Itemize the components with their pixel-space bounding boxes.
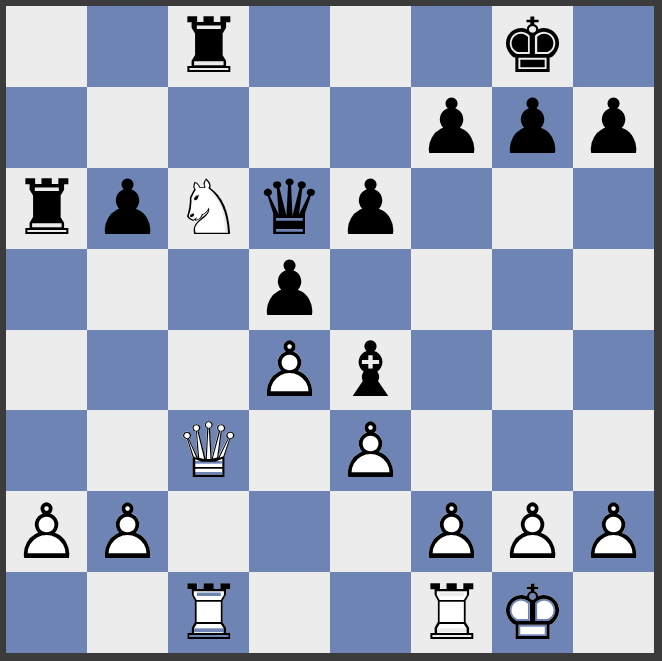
square-f3[interactable] (411, 410, 492, 491)
square-a1[interactable] (6, 572, 87, 653)
black-rook-icon[interactable]: ♜ (6, 168, 87, 249)
square-h3[interactable] (573, 410, 654, 491)
square-h7[interactable]: ♟ (573, 87, 654, 168)
piece-glyph: ♝ (336, 332, 404, 408)
square-d8[interactable] (249, 6, 330, 87)
square-h5[interactable] (573, 249, 654, 330)
piece-outline: ♙ (498, 494, 566, 570)
black-pawn-icon[interactable]: ♟ (492, 87, 573, 168)
square-b6[interactable]: ♟ (87, 168, 168, 249)
piece-outline: ♙ (93, 494, 161, 570)
white-queen-icon[interactable]: ♛♕ (168, 410, 249, 491)
square-a5[interactable] (6, 249, 87, 330)
square-f2[interactable]: ♟♙ (411, 491, 492, 572)
white-pawn-icon[interactable]: ♟♙ (492, 491, 573, 572)
square-a6[interactable]: ♜ (6, 168, 87, 249)
square-d7[interactable] (249, 87, 330, 168)
square-h2[interactable]: ♟♙ (573, 491, 654, 572)
white-pawn-icon[interactable]: ♟♙ (87, 491, 168, 572)
square-g1[interactable]: ♚♔ (492, 572, 573, 653)
square-c4[interactable] (168, 330, 249, 411)
square-h4[interactable] (573, 330, 654, 411)
piece-glyph: ♟ (93, 170, 161, 246)
square-d5[interactable]: ♟ (249, 249, 330, 330)
square-b3[interactable] (87, 410, 168, 491)
piece-glyph: ♜ (12, 170, 80, 246)
square-b2[interactable]: ♟♙ (87, 491, 168, 572)
square-f8[interactable] (411, 6, 492, 87)
piece-outline: ♙ (579, 494, 647, 570)
white-pawn-icon[interactable]: ♟♙ (330, 410, 411, 491)
white-king-icon[interactable]: ♚♔ (492, 572, 573, 653)
black-pawn-icon[interactable]: ♟ (330, 168, 411, 249)
square-b5[interactable] (87, 249, 168, 330)
square-a3[interactable] (6, 410, 87, 491)
square-d1[interactable] (249, 572, 330, 653)
square-b4[interactable] (87, 330, 168, 411)
square-f1[interactable]: ♜♖ (411, 572, 492, 653)
piece-outline: ♔ (498, 575, 566, 651)
square-c2[interactable] (168, 491, 249, 572)
square-a4[interactable] (6, 330, 87, 411)
square-b7[interactable] (87, 87, 168, 168)
square-h1[interactable] (573, 572, 654, 653)
square-d4[interactable]: ♟♙ (249, 330, 330, 411)
square-c3[interactable]: ♛♕ (168, 410, 249, 491)
square-g6[interactable] (492, 168, 573, 249)
square-f5[interactable] (411, 249, 492, 330)
piece-glyph: ♜ (174, 8, 242, 84)
piece-glyph: ♟ (255, 251, 323, 327)
square-e6[interactable]: ♟ (330, 168, 411, 249)
white-knight-icon[interactable]: ♞♘ (168, 168, 249, 249)
square-g4[interactable] (492, 330, 573, 411)
square-g8[interactable]: ♚ (492, 6, 573, 87)
square-a7[interactable] (6, 87, 87, 168)
black-pawn-icon[interactable]: ♟ (573, 87, 654, 168)
square-b1[interactable] (87, 572, 168, 653)
square-e4[interactable]: ♝ (330, 330, 411, 411)
piece-glyph: ♟ (336, 170, 404, 246)
square-e3[interactable]: ♟♙ (330, 410, 411, 491)
square-f6[interactable] (411, 168, 492, 249)
black-bishop-icon[interactable]: ♝ (330, 330, 411, 411)
white-pawn-icon[interactable]: ♟♙ (573, 491, 654, 572)
square-c6[interactable]: ♞♘ (168, 168, 249, 249)
square-c8[interactable]: ♜ (168, 6, 249, 87)
white-pawn-icon[interactable]: ♟♙ (411, 491, 492, 572)
piece-outline: ♖ (417, 575, 485, 651)
piece-outline: ♙ (417, 494, 485, 570)
piece-glyph: ♚ (498, 8, 566, 84)
chess-board-window: ♜♚♟♟♟♜♟♞♘♛♟♟♟♙♝♛♕♟♙♟♙♟♙♟♙♟♙♟♙♜♖♜♖♚♔ (0, 0, 662, 661)
white-rook-icon[interactable]: ♜♖ (168, 572, 249, 653)
square-e5[interactable] (330, 249, 411, 330)
square-f7[interactable]: ♟ (411, 87, 492, 168)
square-b8[interactable] (87, 6, 168, 87)
square-a8[interactable] (6, 6, 87, 87)
square-g3[interactable] (492, 410, 573, 491)
square-e7[interactable] (330, 87, 411, 168)
square-d3[interactable] (249, 410, 330, 491)
square-g5[interactable] (492, 249, 573, 330)
piece-outline: ♘ (174, 170, 242, 246)
square-d2[interactable] (249, 491, 330, 572)
piece-outline: ♕ (174, 413, 242, 489)
black-king-icon[interactable]: ♚ (492, 6, 573, 87)
piece-glyph: ♛ (255, 170, 323, 246)
square-c1[interactable]: ♜♖ (168, 572, 249, 653)
piece-glyph: ♟ (498, 89, 566, 165)
piece-outline: ♙ (12, 494, 80, 570)
square-e1[interactable] (330, 572, 411, 653)
square-e8[interactable] (330, 6, 411, 87)
square-g2[interactable]: ♟♙ (492, 491, 573, 572)
piece-glyph: ♟ (579, 89, 647, 165)
square-g7[interactable]: ♟ (492, 87, 573, 168)
piece-outline: ♙ (336, 413, 404, 489)
square-d6[interactable]: ♛ (249, 168, 330, 249)
piece-outline: ♙ (255, 332, 323, 408)
square-a2[interactable]: ♟♙ (6, 491, 87, 572)
square-c5[interactable] (168, 249, 249, 330)
black-pawn-icon[interactable]: ♟ (411, 87, 492, 168)
black-pawn-icon[interactable]: ♟ (249, 249, 330, 330)
square-c7[interactable] (168, 87, 249, 168)
chess-board: ♜♚♟♟♟♜♟♞♘♛♟♟♟♙♝♛♕♟♙♟♙♟♙♟♙♟♙♟♙♜♖♜♖♚♔ (0, 0, 662, 661)
piece-outline: ♖ (174, 575, 242, 651)
square-f4[interactable] (411, 330, 492, 411)
white-pawn-icon[interactable]: ♟♙ (249, 330, 330, 411)
square-h6[interactable] (573, 168, 654, 249)
black-pawn-icon[interactable]: ♟ (87, 168, 168, 249)
piece-glyph: ♟ (417, 89, 485, 165)
black-queen-icon[interactable]: ♛ (249, 168, 330, 249)
white-pawn-icon[interactable]: ♟♙ (6, 491, 87, 572)
square-h8[interactable] (573, 6, 654, 87)
white-rook-icon[interactable]: ♜♖ (411, 572, 492, 653)
black-rook-icon[interactable]: ♜ (168, 6, 249, 87)
square-e2[interactable] (330, 491, 411, 572)
